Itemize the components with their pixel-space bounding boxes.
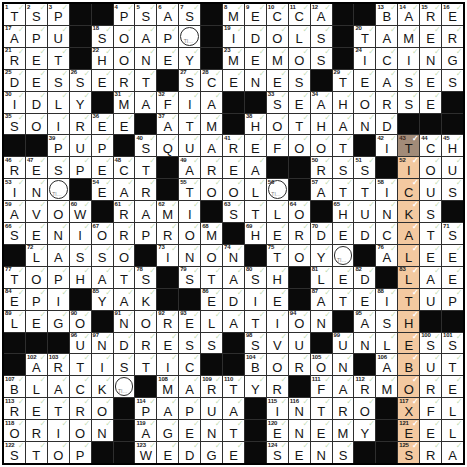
cell-r11-c19[interactable]: A✓ [398,223,419,244]
cell-r16-c17[interactable]: N✓ [354,333,375,354]
cell-r19-c11[interactable]: A✓ [223,398,244,419]
cell-r10-c3[interactable]: O✓ [48,201,69,222]
cell-r15-c2[interactable]: E✓ [26,311,47,332]
cell-r12-c6[interactable]: O✓ [114,245,135,266]
cell-r6-c14[interactable]: T✓ [289,114,310,135]
cell-r15-c19[interactable]: H✓ [398,311,419,332]
cell-r16-c19[interactable]: E✓ [398,333,419,354]
cell-r21-c3[interactable]: O✓ [48,442,69,463]
cell-r11-c15[interactable]: 70D✓ [311,223,332,244]
cell-r9-c20[interactable]: U✓ [420,179,441,200]
cell-r9-c9[interactable]: 55T✓ [179,179,200,200]
cell-r17-c2[interactable]: 102A✓ [26,354,47,375]
cell-r21-c19[interactable]: 125S✓ [398,442,419,463]
cell-r1-c2[interactable]: 2S✓ [26,4,47,25]
cell-r2-c9[interactable]: TI… [179,26,200,47]
cell-r7-c21[interactable]: 45H✓ [442,135,463,156]
cell-r15-c3[interactable]: G✓ [48,311,69,332]
cell-r16-c16[interactable]: 99U✓ [333,333,354,354]
cell-r17-c7[interactable]: T✓ [135,354,156,375]
cell-r4-c4[interactable]: 26S✓ [70,70,91,91]
cell-r12-c21[interactable]: E✓ [442,245,463,266]
cell-r18-c3[interactable]: A✓ [48,376,69,397]
cell-r6-c1[interactable]: 35S✓ [4,114,25,135]
cell-r3-c20[interactable]: N✓ [420,48,441,69]
cell-r17-c20[interactable]: U✓ [420,354,441,375]
cell-r12-c8[interactable]: 73I✓ [157,245,178,266]
cell-r7-c4[interactable]: U✓ [70,135,91,156]
cell-r6-c9[interactable]: T✓ [179,114,200,135]
cell-r12-c10[interactable]: O✓ [201,245,222,266]
cell-r18-c8[interactable]: 108M✓ [157,376,178,397]
cell-r1-c11[interactable]: 8M✓ [223,4,244,25]
cell-r10-c12[interactable]: T✓ [245,201,266,222]
cell-r11-c2[interactable]: E✓ [26,223,47,244]
cell-r3-c18[interactable]: C✓ [376,48,397,69]
cell-r3-c9[interactable]: Y✓ [179,48,200,69]
cell-r20-c11[interactable]: T✓ [223,420,244,441]
cell-r7-c8[interactable]: Q✓ [157,135,178,156]
cell-r16-c21[interactable]: 101S✓ [442,333,463,354]
cell-r12-c5[interactable]: S✓ [92,245,113,266]
cell-r20-c9[interactable]: E✓ [179,420,200,441]
cell-r17-c18[interactable]: 106A✓ [376,354,397,375]
cell-r12-c2[interactable]: 72L✓ [26,245,47,266]
cell-r1-c18[interactable]: 13B✓ [376,4,397,25]
cell-r2-c13[interactable]: O✓ [267,26,288,47]
cell-r7-c18[interactable]: 42I✓ [376,135,397,156]
cell-r18-c6[interactable]: TI… [114,376,135,397]
cell-r19-c13[interactable]: 115I✓ [267,398,288,419]
cell-r20-c5[interactable]: N✓ [92,420,113,441]
cell-r18-c9[interactable]: A✓ [179,376,200,397]
cell-r21-c1[interactable]: 122S✓ [4,442,25,463]
cell-r11-c7[interactable]: P✓ [135,223,156,244]
cell-r18-c11[interactable]: 110T✓ [223,376,244,397]
cell-r11-c3[interactable]: N✓ [48,223,69,244]
cell-r3-c13[interactable]: M✓ [267,48,288,69]
cell-r2-c5[interactable]: 18S✓ [92,26,113,47]
cell-r7-c13[interactable]: F✓ [267,135,288,156]
cell-r6-c12[interactable]: 38H✓ [245,114,266,135]
cell-r5-c10[interactable]: A✓ [201,92,222,113]
cell-r18-c1[interactable]: 107B✓ [4,376,25,397]
cell-r19-c21[interactable]: L✓ [442,398,463,419]
cell-r15-c8[interactable]: 92R✓ [157,311,178,332]
cell-r3-c17[interactable]: 24I✓ [354,48,375,69]
cell-r7-c15[interactable]: O✓ [311,135,332,156]
cell-r16-c20[interactable]: 100S✓ [420,333,441,354]
cell-r17-c12[interactable]: 104B✓ [245,354,266,375]
cell-r6-c2[interactable]: O✓ [26,114,47,135]
cell-r15-c15[interactable]: N✓ [311,311,332,332]
cell-r10-c19[interactable]: K✓ [398,201,419,222]
cell-r9-c12[interactable]: L✓ [245,179,266,200]
cell-r4-c1[interactable]: 25D✓ [4,70,25,91]
cell-r7-c16[interactable]: T✓ [333,135,354,156]
cell-r14-c11[interactable]: D✓ [223,289,244,310]
cell-r10-c6[interactable]: 61R✓ [114,201,135,222]
cell-r21-c14[interactable]: E✓ [289,442,310,463]
cell-r17-c19[interactable]: B✓ [398,354,419,375]
cell-r21-c9[interactable]: D✓ [179,442,200,463]
cell-r4-c11[interactable]: E✓ [223,70,244,91]
cell-r13-c10[interactable]: T✓ [201,267,222,288]
cell-r20-c19[interactable]: 121E✓ [398,420,419,441]
cell-r14-c12[interactable]: I✓ [245,289,266,310]
cell-r8-c5[interactable]: E✓ [92,157,113,178]
cell-r2-c8[interactable]: P✓ [157,26,178,47]
cell-r21-c4[interactable]: P✓ [70,442,91,463]
cell-r10-c16[interactable]: 65H✓ [333,201,354,222]
cell-r2-c11[interactable]: 19I✓ [223,26,244,47]
cell-r11-c16[interactable]: E✓ [333,223,354,244]
cell-r1-c7[interactable]: 5S✓ [135,4,156,25]
cell-r11-c9[interactable]: O✓ [179,223,200,244]
cell-r11-c17[interactable]: D✓ [354,223,375,244]
cell-r18-c19[interactable]: O✓ [398,376,419,397]
cell-r3-c1[interactable]: 21R✓ [4,48,25,69]
cell-r9-c3[interactable]: TI… [48,179,69,200]
cell-r6-c16[interactable]: A✓ [333,114,354,135]
cell-r11-c1[interactable]: 66S✓ [4,223,25,244]
cell-r8-c12[interactable]: A✓ [245,157,266,178]
cell-r16-c18[interactable]: L✓ [376,333,397,354]
cell-r15-c7[interactable]: O✓ [135,311,156,332]
cell-r11-c12[interactable]: 69H✓ [245,223,266,244]
cell-r1-c13[interactable]: 10C✓ [267,4,288,25]
cell-r20-c20[interactable]: E✓ [420,420,441,441]
cell-r5-c14[interactable]: E✓ [289,92,310,113]
cell-r8-c21[interactable]: U✓ [442,157,463,178]
cell-r9-c5[interactable]: 54E✓ [92,179,113,200]
cell-r15-c4[interactable]: 90O✓ [70,311,91,332]
cell-r21-c16[interactable]: S✓ [333,442,354,463]
cell-r21-c21[interactable]: A✓ [442,442,463,463]
cell-r1-c9[interactable]: 7S✓ [179,4,200,25]
cell-r2-c12[interactable]: D✓ [245,26,266,47]
cell-r15-c6[interactable]: 91N✓ [114,311,135,332]
cell-r18-c16[interactable]: A✓ [333,376,354,397]
cell-r13-c15[interactable]: 81L✓ [311,267,332,288]
cell-r14-c7[interactable]: K✓ [135,289,156,310]
cell-r12-c11[interactable]: 74N✓ [223,245,244,266]
cell-r20-c8[interactable]: G✓ [157,420,178,441]
cell-r8-c20[interactable]: O✓ [420,157,441,178]
cell-r2-c20[interactable]: E✓ [420,26,441,47]
cell-r14-c1[interactable]: 84E✓ [4,289,25,310]
cell-r3-c2[interactable]: E✓ [26,48,47,69]
cell-r7-c3[interactable]: 39P✓ [48,135,69,156]
cell-r16-c4[interactable]: 96U✓ [70,333,91,354]
cell-r3-c11[interactable]: 23M✓ [223,48,244,69]
cell-r3-c3[interactable]: T✓ [48,48,69,69]
cell-r16-c8[interactable]: E✓ [157,333,178,354]
cell-r16-c6[interactable]: D✓ [114,333,135,354]
cell-r14-c21[interactable]: P✓ [442,289,463,310]
cell-r8-c1[interactable]: 46R✓ [4,157,25,178]
cell-r7-c10[interactable]: A✓ [201,135,222,156]
cell-r14-c20[interactable]: U✓ [420,289,441,310]
cell-r21-c20[interactable]: R✓ [420,442,441,463]
cell-r12-c3[interactable]: A✓ [48,245,69,266]
cell-r16-c13[interactable]: V✓ [267,333,288,354]
cell-r2-c17[interactable]: 20T✓ [354,26,375,47]
cell-r13-c16[interactable]: E✓ [333,267,354,288]
cell-r14-c6[interactable]: A✓ [114,289,135,310]
cell-r14-c10[interactable]: 86E✓ [201,289,222,310]
cell-r8-c9[interactable]: 49A✓ [179,157,200,178]
cell-r9-c1[interactable]: 53I✓ [4,179,25,200]
cell-r7-c19[interactable]: 43T✓ [398,135,419,156]
cell-r7-c11[interactable]: 41R✓ [223,135,244,156]
cell-r20-c14[interactable]: N✓ [289,420,310,441]
cell-r17-c4[interactable]: T✓ [70,354,91,375]
cell-r15-c18[interactable]: S✓ [376,311,397,332]
cell-r18-c4[interactable]: C✓ [70,376,91,397]
cell-r4-c10[interactable]: 28C✓ [201,70,222,91]
cell-r10-c2[interactable]: V✓ [26,201,47,222]
cell-r19-c17[interactable]: O✓ [354,398,375,419]
cell-r2-c15[interactable]: S✓ [311,26,332,47]
cell-r17-c3[interactable]: 103R✓ [48,354,69,375]
cell-r8-c6[interactable]: 48C✓ [114,157,135,178]
cell-r3-c21[interactable]: G✓ [442,48,463,69]
cell-r18-c5[interactable]: K✓ [92,376,113,397]
cell-r12-c4[interactable]: S✓ [70,245,91,266]
cell-r13-c4[interactable]: H✓ [70,267,91,288]
cell-r13-c1[interactable]: 77T✓ [4,267,25,288]
cell-r5-c20[interactable]: E✓ [420,92,441,113]
cell-r20-c4[interactable]: O✓ [70,420,91,441]
cell-r12-c15[interactable]: Y✓ [311,245,332,266]
cell-r13-c12[interactable]: 80S✓ [245,267,266,288]
cell-r13-c3[interactable]: P✓ [48,267,69,288]
cell-r17-c13[interactable]: O✓ [267,354,288,375]
cell-r5-c3[interactable]: L✓ [48,92,69,113]
cell-r14-c13[interactable]: E✓ [267,289,288,310]
cell-r13-c2[interactable]: O✓ [26,267,47,288]
cell-r10-c9[interactable]: I✓ [179,201,200,222]
cell-r8-c2[interactable]: 47E✓ [26,157,47,178]
cell-r2-c14[interactable]: L✓ [289,26,310,47]
cell-r17-c9[interactable]: C✓ [179,354,200,375]
cell-r5-c17[interactable]: O✓ [354,92,375,113]
cell-r15-c14[interactable]: 94O✓ [289,311,310,332]
cell-r9-c17[interactable]: T✓ [354,179,375,200]
cell-r8-c7[interactable]: T✓ [135,157,156,178]
cell-r9-c6[interactable]: A✓ [114,179,135,200]
cell-r20-c15[interactable]: E✓ [311,420,332,441]
cell-r5-c13[interactable]: 33S✓ [267,92,288,113]
cell-r13-c19[interactable]: 83L✓ [398,267,419,288]
cell-r20-c3[interactable]: I✓ [48,420,69,441]
cell-r4-c14[interactable]: S✓ [289,70,310,91]
cell-r10-c17[interactable]: U✓ [354,201,375,222]
cell-r17-c5[interactable]: I✓ [92,354,113,375]
cell-r21-c10[interactable]: G✓ [201,442,222,463]
cell-r10-c8[interactable]: 62M✓ [157,201,178,222]
cell-r4-c20[interactable]: E✓ [420,70,441,91]
cell-r9-c15[interactable]: 57A✓ [311,179,332,200]
cell-r11-c10[interactable]: 68M✓ [201,223,222,244]
cell-r9-c13[interactable]: 56TI… [267,179,288,200]
cell-r19-c10[interactable]: U✓ [201,398,222,419]
cell-r11-c4[interactable]: I✓ [70,223,91,244]
cell-r9-c11[interactable]: O✓ [223,179,244,200]
cell-r9-c7[interactable]: R✓ [135,179,156,200]
cell-r4-c18[interactable]: A✓ [376,70,397,91]
cell-r8-c16[interactable]: S✓ [333,157,354,178]
cell-r19-c2[interactable]: E✓ [26,398,47,419]
cell-r5-c4[interactable]: Y✓ [70,92,91,113]
cell-r21-c13[interactable]: 124S✓ [267,442,288,463]
cell-r18-c21[interactable]: E✓ [442,376,463,397]
cell-r2-c6[interactable]: O✓ [114,26,135,47]
cell-r4-c6[interactable]: R✓ [114,70,135,91]
cell-r9-c18[interactable]: 58I✓ [376,179,397,200]
cell-r14-c17[interactable]: E✓ [354,289,375,310]
cell-r16-c7[interactable]: R✓ [135,333,156,354]
cell-r4-c7[interactable]: T✓ [135,70,156,91]
cell-r12-c14[interactable]: O✓ [289,245,310,266]
cell-r5-c1[interactable]: 30I✓ [4,92,25,113]
cell-r11-c6[interactable]: R✓ [114,223,135,244]
cell-r5-c15[interactable]: 34A✓ [311,92,332,113]
cell-r19-c19[interactable]: 117X✓ [398,398,419,419]
cell-r7-c20[interactable]: 44C✓ [420,135,441,156]
cell-r19-c16[interactable]: R✓ [333,398,354,419]
cell-r15-c1[interactable]: 89L✓ [4,311,25,332]
cell-r6-c17[interactable]: N✓ [354,114,375,135]
cell-r8-c19[interactable]: 52I✓ [398,157,419,178]
cell-r18-c2[interactable]: L✓ [26,376,47,397]
cell-r16-c12[interactable]: 98S✓ [245,333,266,354]
cell-r14-c18[interactable]: 88I✓ [376,289,397,310]
cell-r3-c14[interactable]: O✓ [289,48,310,69]
cell-r10-c18[interactable]: N✓ [376,201,397,222]
cell-r13-c9[interactable]: 79S✓ [179,267,200,288]
cell-r12-c9[interactable]: N✓ [179,245,200,266]
cell-r19-c20[interactable]: F✓ [420,398,441,419]
cell-r5-c16[interactable]: H✓ [333,92,354,113]
cell-r6-c10[interactable]: M✓ [201,114,222,135]
cell-r19-c8[interactable]: A✓ [157,398,178,419]
cell-r5-c18[interactable]: R✓ [376,92,397,113]
cell-r21-c11[interactable]: E✓ [223,442,244,463]
cell-r16-c14[interactable]: U✓ [289,333,310,354]
cell-r17-c14[interactable]: R✓ [289,354,310,375]
cell-r4-c16[interactable]: 29T✓ [333,70,354,91]
cell-r2-c3[interactable]: U✓ [48,26,69,47]
cell-r5-c2[interactable]: D✓ [26,92,47,113]
cell-r2-c7[interactable]: A✓ [135,26,156,47]
cell-r13-c11[interactable]: A✓ [223,267,244,288]
cell-r19-c7[interactable]: 114P✓ [135,398,156,419]
cell-r13-c20[interactable]: A✓ [420,267,441,288]
cell-r6-c15[interactable]: H✓ [311,114,332,135]
cell-r6-c6[interactable]: E✓ [114,114,135,135]
cell-r7-c9[interactable]: U✓ [179,135,200,156]
cell-r1-c20[interactable]: 15R✓ [420,4,441,25]
cell-r14-c15[interactable]: 87A✓ [311,289,332,310]
cell-r21-c2[interactable]: T✓ [26,442,47,463]
cell-r13-c5[interactable]: A✓ [92,267,113,288]
cell-r5-c6[interactable]: 31M✓ [114,92,135,113]
cell-r5-c9[interactable]: I✓ [179,92,200,113]
cell-r8-c3[interactable]: S✓ [48,157,69,178]
cell-r17-c6[interactable]: S✓ [114,354,135,375]
cell-r11-c8[interactable]: R✓ [157,223,178,244]
cell-r20-c7[interactable]: 119A✓ [135,420,156,441]
cell-r19-c1[interactable]: 113R✓ [4,398,25,419]
cell-r20-c21[interactable]: L✓ [442,420,463,441]
cell-r11-c14[interactable]: R✓ [289,223,310,244]
cell-r2-c2[interactable]: P✓ [26,26,47,47]
cell-r21-c8[interactable]: E✓ [157,442,178,463]
cell-r4-c13[interactable]: E✓ [267,70,288,91]
crossword-grid[interactable]: 1T✓2S✓3P✓4P✓5S✓6A✓7S✓8M✓9E✓10C✓11C✓12A✓1… [2,2,465,465]
cell-r18-c15[interactable]: 111F✓ [311,376,332,397]
cell-r12-c19[interactable]: L✓ [398,245,419,266]
cell-r1-c3[interactable]: 3P✓ [48,4,69,25]
cell-r5-c19[interactable]: S✓ [398,92,419,113]
cell-r9-c2[interactable]: N✓ [26,179,47,200]
cell-r3-c19[interactable]: I✓ [398,48,419,69]
cell-r3-c6[interactable]: O✓ [114,48,135,69]
cell-r14-c16[interactable]: T✓ [333,289,354,310]
cell-r13-c6[interactable]: T✓ [114,267,135,288]
cell-r6-c13[interactable]: O✓ [267,114,288,135]
cell-r16-c9[interactable]: S✓ [179,333,200,354]
cell-r10-c1[interactable]: 59A✓ [4,201,25,222]
cell-r11-c21[interactable]: 71S✓ [442,223,463,244]
cell-r4-c5[interactable]: E✓ [92,70,113,91]
cell-r15-c13[interactable]: I✓ [267,311,288,332]
cell-r4-c21[interactable]: S✓ [442,70,463,91]
cell-r8-c10[interactable]: R✓ [201,157,222,178]
cell-r18-c12[interactable]: Y✓ [245,376,266,397]
cell-r18-c20[interactable]: R✓ [420,376,441,397]
cell-r8-c11[interactable]: E✓ [223,157,244,178]
cell-r19-c9[interactable]: P✓ [179,398,200,419]
cell-r3-c15[interactable]: S✓ [311,48,332,69]
cell-r18-c17[interactable]: 112R✓ [354,376,375,397]
cell-r20-c17[interactable]: Y✓ [354,420,375,441]
cell-r14-c19[interactable]: T✓ [398,289,419,310]
cell-r21-c7[interactable]: 123W✓ [135,442,156,463]
cell-r5-c7[interactable]: A✓ [135,92,156,113]
cell-r19-c3[interactable]: T✓ [48,398,69,419]
cell-r3-c8[interactable]: E✓ [157,48,178,69]
cell-r7-c12[interactable]: E✓ [245,135,266,156]
cell-r14-c3[interactable]: I✓ [48,289,69,310]
cell-r13-c13[interactable]: H✓ [267,267,288,288]
cell-r15-c11[interactable]: A✓ [223,311,244,332]
cell-r20-c1[interactable]: 118O✓ [4,420,25,441]
cell-r7-c7[interactable]: 40S✓ [135,135,156,156]
cell-r15-c9[interactable]: 93E✓ [179,311,200,332]
cell-r19-c5[interactable]: O✓ [92,398,113,419]
cell-r11-c20[interactable]: T✓ [420,223,441,244]
cell-r20-c13[interactable]: 120E✓ [267,420,288,441]
cell-r14-c5[interactable]: 85Y✓ [92,289,113,310]
cell-r2-c18[interactable]: A✓ [376,26,397,47]
cell-r9-c19[interactable]: C✓ [398,179,419,200]
cell-r1-c15[interactable]: 12A✓ [311,4,332,25]
cell-r4-c2[interactable]: E✓ [26,70,47,91]
cell-r3-c12[interactable]: E✓ [245,48,266,69]
